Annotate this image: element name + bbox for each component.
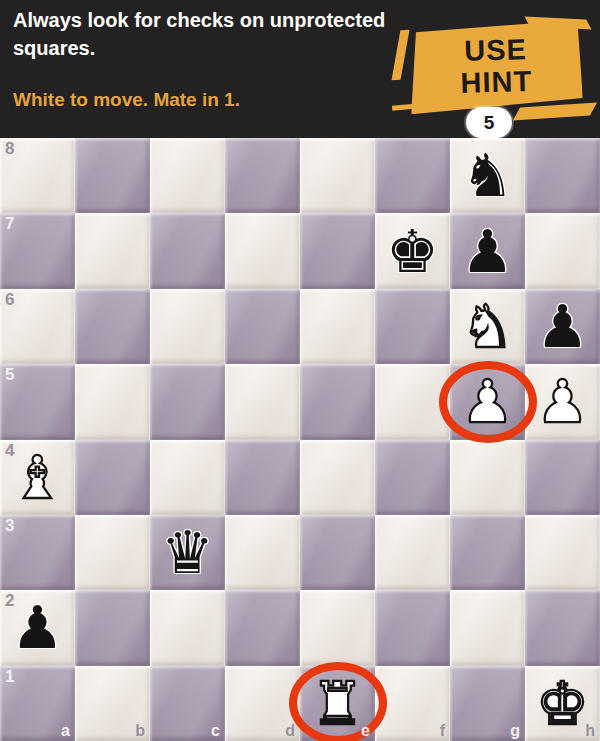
square-g3[interactable]	[450, 515, 525, 590]
piece-black-king-f7[interactable]: ♚	[386, 222, 439, 281]
square-h7[interactable]	[525, 213, 600, 288]
square-d4[interactable]	[225, 440, 300, 515]
file-label-b: b	[135, 722, 145, 740]
square-d3[interactable]	[225, 515, 300, 590]
piece-white-knight-g6[interactable]: ♞	[461, 297, 514, 356]
square-h6[interactable]: ♟	[525, 289, 600, 364]
square-d2[interactable]	[225, 590, 300, 665]
square-g6[interactable]: ♞	[450, 289, 525, 364]
square-f4[interactable]	[375, 440, 450, 515]
square-a1[interactable]: 1a	[0, 666, 75, 741]
chess-board[interactable]: 8♞7♚♟6♞♟5♟♟4♝3♛2♟1abcde♜fgh♚	[0, 138, 600, 741]
square-a4[interactable]: 4♝	[0, 440, 75, 515]
hint-decoration-shard	[391, 30, 409, 80]
square-e1[interactable]: e♜	[300, 666, 375, 741]
square-b1[interactable]: b	[75, 666, 150, 741]
piece-black-pawn-g7[interactable]: ♟	[461, 222, 514, 281]
square-d1[interactable]: d	[225, 666, 300, 741]
piece-white-rook-e1[interactable]: ♜	[311, 674, 364, 733]
hint-cluster: USE HINT 5	[394, 18, 594, 134]
piece-black-pawn-a2[interactable]: ♟	[11, 598, 64, 657]
square-b6[interactable]	[75, 289, 150, 364]
square-d8[interactable]	[225, 138, 300, 213]
square-h5[interactable]: ♟	[525, 364, 600, 439]
square-f2[interactable]	[375, 590, 450, 665]
piece-white-pawn-h5[interactable]: ♟	[536, 372, 589, 431]
piece-white-bishop-a4[interactable]: ♝	[11, 448, 64, 507]
square-e7[interactable]	[300, 213, 375, 288]
square-a6[interactable]: 6	[0, 289, 75, 364]
square-h4[interactable]	[525, 440, 600, 515]
hint-decoration-shard	[513, 102, 597, 120]
square-b4[interactable]	[75, 440, 150, 515]
square-c6[interactable]	[150, 289, 225, 364]
piece-black-pawn-h6[interactable]: ♟	[536, 297, 589, 356]
square-g8[interactable]: ♞	[450, 138, 525, 213]
square-f7[interactable]: ♚	[375, 213, 450, 288]
square-h3[interactable]	[525, 515, 600, 590]
square-b7[interactable]	[75, 213, 150, 288]
square-c8[interactable]	[150, 138, 225, 213]
file-label-f: f	[440, 722, 445, 740]
piece-white-pawn-g5[interactable]: ♟	[461, 372, 514, 431]
square-g2[interactable]	[450, 590, 525, 665]
use-hint-label-line1: USE	[464, 34, 527, 68]
square-b8[interactable]	[75, 138, 150, 213]
rank-label-6: 6	[5, 290, 14, 310]
square-h8[interactable]	[525, 138, 600, 213]
square-g7[interactable]: ♟	[450, 213, 525, 288]
square-b3[interactable]	[75, 515, 150, 590]
square-c4[interactable]	[150, 440, 225, 515]
file-label-c: c	[211, 722, 220, 740]
hint-count-badge: 5	[466, 107, 512, 138]
use-hint-button[interactable]: USE HINT	[409, 20, 583, 114]
file-label-g: g	[510, 722, 520, 740]
square-a2[interactable]: 2♟	[0, 590, 75, 665]
square-g4[interactable]	[450, 440, 525, 515]
square-b5[interactable]	[75, 364, 150, 439]
square-e5[interactable]	[300, 364, 375, 439]
rank-label-5: 5	[5, 365, 14, 385]
square-e2[interactable]	[300, 590, 375, 665]
square-a7[interactable]: 7	[0, 213, 75, 288]
square-d6[interactable]	[225, 289, 300, 364]
square-g1[interactable]: g	[450, 666, 525, 741]
square-h1[interactable]: h♚	[525, 666, 600, 741]
square-e8[interactable]	[300, 138, 375, 213]
piece-black-knight-g8[interactable]: ♞	[461, 146, 514, 205]
square-c1[interactable]: c	[150, 666, 225, 741]
piece-black-queen-c3[interactable]: ♛	[161, 523, 214, 582]
square-f1[interactable]: f	[375, 666, 450, 741]
square-h2[interactable]	[525, 590, 600, 665]
square-c3[interactable]: ♛	[150, 515, 225, 590]
square-a5[interactable]: 5	[0, 364, 75, 439]
file-label-a: a	[61, 722, 70, 740]
square-d7[interactable]	[225, 213, 300, 288]
square-c7[interactable]	[150, 213, 225, 288]
square-e6[interactable]	[300, 289, 375, 364]
square-e3[interactable]	[300, 515, 375, 590]
file-label-d: d	[285, 722, 295, 740]
use-hint-label-line2: HINT	[460, 66, 532, 100]
square-f3[interactable]	[375, 515, 450, 590]
square-c2[interactable]	[150, 590, 225, 665]
square-g5[interactable]: ♟	[450, 364, 525, 439]
square-e4[interactable]	[300, 440, 375, 515]
square-c5[interactable]	[150, 364, 225, 439]
puzzle-header: Always look for checks on unprotected sq…	[0, 0, 600, 138]
piece-white-king-h1[interactable]: ♚	[536, 674, 589, 733]
puzzle-objective: White to move. Mate in 1.	[13, 89, 240, 111]
square-a3[interactable]: 3	[0, 515, 75, 590]
rank-label-1: 1	[5, 667, 14, 687]
rank-label-7: 7	[5, 214, 14, 234]
square-f5[interactable]	[375, 364, 450, 439]
puzzle-instruction: Always look for checks on unprotected sq…	[13, 7, 398, 62]
square-f6[interactable]	[375, 289, 450, 364]
square-d5[interactable]	[225, 364, 300, 439]
square-b2[interactable]	[75, 590, 150, 665]
rank-label-8: 8	[5, 139, 14, 159]
square-f8[interactable]	[375, 138, 450, 213]
square-a8[interactable]: 8	[0, 138, 75, 213]
rank-label-3: 3	[5, 516, 14, 536]
